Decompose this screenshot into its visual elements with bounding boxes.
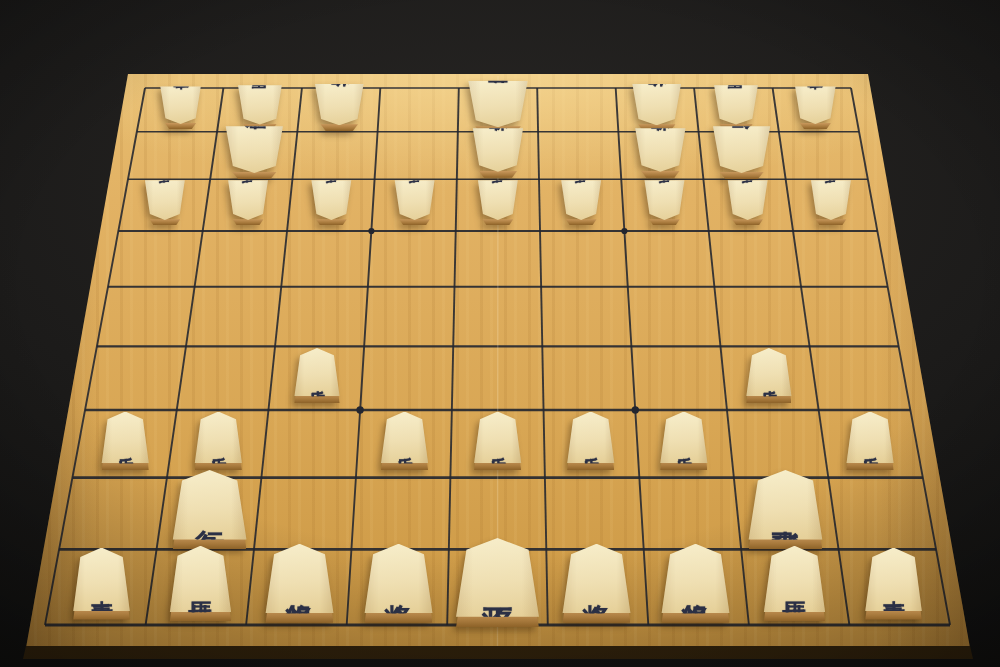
piece-face: 歩兵 <box>473 412 522 464</box>
piece-face: 歩兵 <box>560 180 602 220</box>
piece-side-edge <box>730 219 765 225</box>
piece-face: 金将 <box>472 128 524 172</box>
piece-face: 桂馬 <box>713 85 759 124</box>
piece-face: 金将 <box>561 544 632 614</box>
piece-kanji: 金将 <box>363 544 434 614</box>
piece-face: 歩兵 <box>810 180 852 220</box>
piece-face: 銀将 <box>631 84 682 125</box>
piece-side-edge <box>480 219 515 225</box>
piece-face: 香車 <box>72 548 131 611</box>
piece-kanji: 歩兵 <box>727 180 769 220</box>
piece-kanji: 歩兵 <box>560 180 602 220</box>
piece-side-edge <box>647 219 682 225</box>
piece-face: 歩兵 <box>727 180 769 220</box>
piece-kanji: 歩兵 <box>394 180 436 220</box>
piece-sente-L-9i[interactable]: 香車 <box>72 548 131 620</box>
piece-sente-B-8h[interactable]: 角行 <box>171 470 248 549</box>
piece-side-edge <box>798 123 833 129</box>
piece-kanji: 銀将 <box>631 84 682 125</box>
scene: 香車桂馬銀将玉将銀将桂馬香車飛車金将金将角行歩兵歩兵歩兵歩兵歩兵歩兵歩兵歩兵歩兵… <box>0 0 1000 667</box>
piece-face: 王将 <box>454 538 540 617</box>
piece-sente-P-8g[interactable]: 歩兵 <box>194 412 243 471</box>
piece-kanji: 飛車 <box>225 126 285 173</box>
piece-gote-L-1a[interactable]: 香車 <box>794 86 836 129</box>
piece-kanji: 銀将 <box>660 544 731 614</box>
piece-kanji: 歩兵 <box>810 180 852 220</box>
piece-kanji: 歩兵 <box>566 412 615 464</box>
piece-kanji: 金将 <box>472 128 524 172</box>
piece-face: 歩兵 <box>101 412 150 464</box>
piece-kanji: 香車 <box>160 86 202 124</box>
piece-sente-N-2i[interactable]: 桂馬 <box>763 546 827 621</box>
piece-kanji: 金将 <box>634 128 686 172</box>
piece-side-edge <box>147 219 182 225</box>
piece-kanji: 歩兵 <box>144 180 186 220</box>
piece-face: 銀将 <box>660 544 731 614</box>
piece-face: 銀将 <box>264 544 335 614</box>
piece-face: 桂馬 <box>169 546 233 612</box>
piece-side-edge <box>318 124 360 131</box>
piece-gote-R-8b[interactable]: 飛車 <box>225 126 285 179</box>
piece-face: 歩兵 <box>194 412 243 464</box>
piece-kanji: 歩兵 <box>473 412 522 464</box>
piece-side-edge <box>231 219 266 225</box>
piece-side-edge <box>814 219 849 225</box>
piece-face: 角行 <box>712 126 772 173</box>
piece-gote-K-5a[interactable]: 玉将 <box>467 81 529 134</box>
piece-gote-P-9c[interactable]: 歩兵 <box>144 180 186 225</box>
piece-sente-P-6g[interactable]: 歩兵 <box>380 412 429 471</box>
piece-gote-P-6c[interactable]: 歩兵 <box>394 180 436 225</box>
piece-gote-G-5b[interactable]: 金将 <box>472 128 524 178</box>
piece-face: 歩兵 <box>745 348 792 396</box>
piece-kanji: 玉将 <box>467 81 529 128</box>
piece-side-edge <box>476 171 520 178</box>
piece-kanji: 桂馬 <box>237 85 283 124</box>
piece-face: 歩兵 <box>846 412 895 464</box>
piece-face: 玉将 <box>467 81 529 128</box>
piece-sente-G-4i[interactable]: 金将 <box>561 544 632 623</box>
piece-kanji: 桂馬 <box>713 85 759 124</box>
piece-face: 歩兵 <box>566 412 615 464</box>
piece-kanji: 香車 <box>864 548 923 611</box>
piece-side-edge <box>397 219 432 225</box>
piece-gote-S-3a[interactable]: 銀将 <box>631 84 682 131</box>
piece-side-edge <box>229 172 279 179</box>
piece-kanji: 角行 <box>171 470 248 539</box>
piece-kanji: 香車 <box>72 548 131 611</box>
piece-face: 角行 <box>171 470 248 539</box>
piece-kanji: 飛車 <box>747 470 824 539</box>
piece-kanji: 桂馬 <box>763 546 827 612</box>
piece-face: 銀将 <box>314 84 365 125</box>
piece-sente-K-5i[interactable]: 王将 <box>454 538 540 628</box>
piece-kanji: 歩兵 <box>644 180 686 220</box>
piece-kanji: 銀将 <box>264 544 335 614</box>
piece-sente-N-8i[interactable]: 桂馬 <box>169 546 233 621</box>
piece-face: 香車 <box>160 86 202 124</box>
piece-side-edge <box>638 171 682 178</box>
piece-kanji: 金将 <box>561 544 632 614</box>
piece-face: 香車 <box>864 548 923 611</box>
piece-face: 飛車 <box>747 470 824 539</box>
piece-sente-S-3i[interactable]: 銀将 <box>660 544 731 623</box>
piece-gote-P-1c[interactable]: 歩兵 <box>810 180 852 225</box>
piece-face: 桂馬 <box>763 546 827 612</box>
piece-face: 香車 <box>794 86 836 124</box>
piece-kanji: 歩兵 <box>194 412 243 464</box>
piece-kanji: 歩兵 <box>101 412 150 464</box>
piece-face: 歩兵 <box>394 180 436 220</box>
piece-face: 歩兵 <box>380 412 429 464</box>
piece-sente-P-3g[interactable]: 歩兵 <box>659 412 708 471</box>
piece-gote-P-8c[interactable]: 歩兵 <box>227 180 269 225</box>
piece-sente-P-7f[interactable]: 歩兵 <box>294 348 341 403</box>
piece-gote-G-3b[interactable]: 金将 <box>634 128 686 178</box>
piece-gote-P-2c[interactable]: 歩兵 <box>727 180 769 225</box>
piece-face: 歩兵 <box>644 180 686 220</box>
piece-kanji: 銀将 <box>314 84 365 125</box>
piece-gote-N-8a[interactable]: 桂馬 <box>237 85 283 130</box>
piece-face: 桂馬 <box>237 85 283 124</box>
piece-face: 歩兵 <box>227 180 269 220</box>
piece-side-edge <box>717 172 767 179</box>
piece-face: 歩兵 <box>311 180 353 220</box>
piece-sente-P-5g[interactable]: 歩兵 <box>473 412 522 471</box>
piece-sente-L-1i[interactable]: 香車 <box>864 548 923 620</box>
piece-side-edge <box>564 219 599 225</box>
piece-face: 歩兵 <box>294 348 341 396</box>
piece-sente-P-4g[interactable]: 歩兵 <box>566 412 615 471</box>
piece-kanji: 歩兵 <box>380 412 429 464</box>
piece-sente-P-9g[interactable]: 歩兵 <box>101 412 150 471</box>
piece-gote-N-2a[interactable]: 桂馬 <box>713 85 759 130</box>
piece-face: 飛車 <box>225 126 285 173</box>
piece-sente-G-6i[interactable]: 金将 <box>363 544 434 623</box>
piece-sente-P-2f[interactable]: 歩兵 <box>745 348 792 403</box>
piece-kanji: 歩兵 <box>659 412 708 464</box>
piece-kanji: 桂馬 <box>169 546 233 612</box>
piece-face: 歩兵 <box>144 180 186 220</box>
piece-gote-P-7c[interactable]: 歩兵 <box>311 180 353 225</box>
piece-kanji: 王将 <box>454 538 540 617</box>
piece-gote-P-5c[interactable]: 歩兵 <box>477 180 519 225</box>
piece-face: 歩兵 <box>477 180 519 220</box>
piece-side-edge <box>314 219 349 225</box>
piece-gote-P-3c[interactable]: 歩兵 <box>644 180 686 225</box>
piece-sente-P-1g[interactable]: 歩兵 <box>846 412 895 471</box>
piece-gote-P-4c[interactable]: 歩兵 <box>560 180 602 225</box>
piece-kanji: 歩兵 <box>477 180 519 220</box>
piece-side-edge <box>163 123 198 129</box>
piece-face: 金将 <box>363 544 434 614</box>
piece-sente-R-2h[interactable]: 飛車 <box>747 470 824 549</box>
piece-face: 金将 <box>634 128 686 172</box>
piece-gote-L-9a[interactable]: 香車 <box>160 86 202 129</box>
pieces-layer: 香車桂馬銀将玉将銀将桂馬香車飛車金将金将角行歩兵歩兵歩兵歩兵歩兵歩兵歩兵歩兵歩兵… <box>0 0 1000 667</box>
piece-kanji: 歩兵 <box>846 412 895 464</box>
piece-kanji: 歩兵 <box>745 348 792 396</box>
piece-kanji: 角行 <box>712 126 772 173</box>
piece-face: 歩兵 <box>659 412 708 464</box>
piece-gote-S-7a[interactable]: 銀将 <box>314 84 365 131</box>
piece-sente-S-7i[interactable]: 銀将 <box>264 544 335 623</box>
piece-kanji: 香車 <box>794 86 836 124</box>
piece-kanji: 歩兵 <box>311 180 353 220</box>
piece-kanji: 歩兵 <box>227 180 269 220</box>
piece-gote-B-2b[interactable]: 角行 <box>712 126 772 179</box>
piece-kanji: 歩兵 <box>294 348 341 396</box>
